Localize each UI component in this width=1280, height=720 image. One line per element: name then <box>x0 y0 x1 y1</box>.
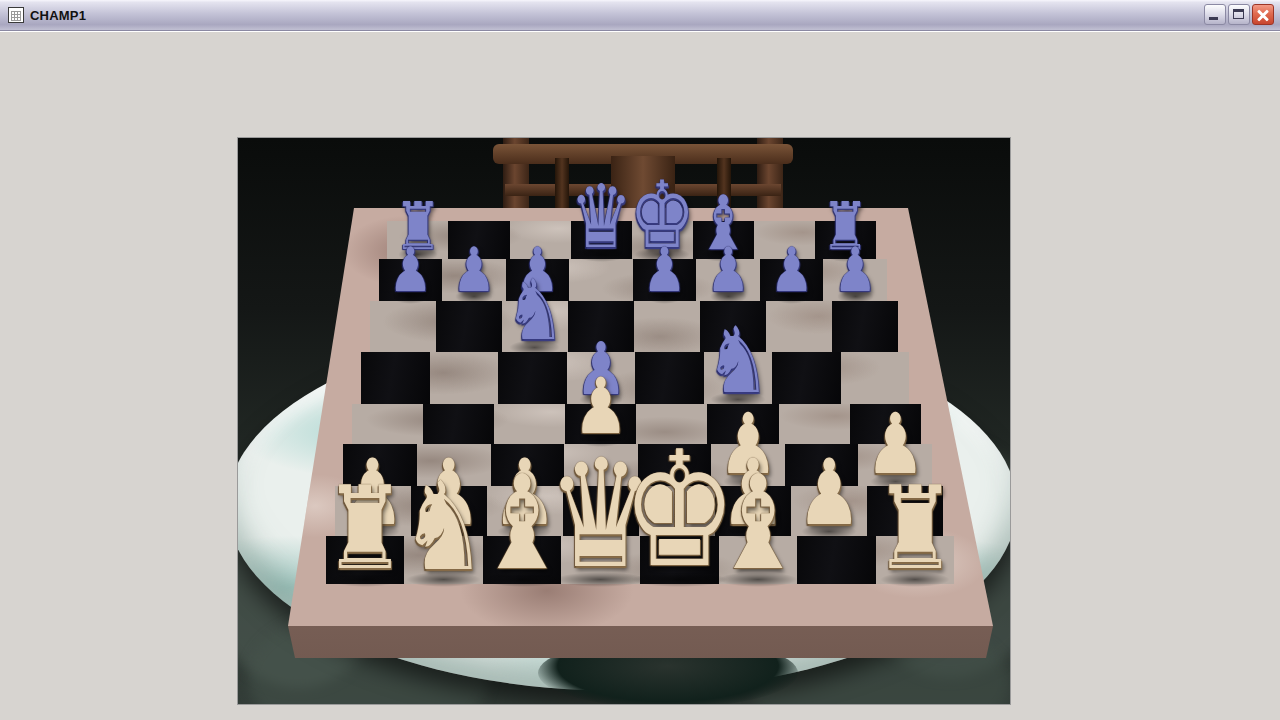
minimize-button[interactable] <box>1204 4 1226 25</box>
square-a6[interactable] <box>370 301 436 352</box>
piece-black-pawn-e7[interactable]: ♟ <box>638 240 692 301</box>
square-e5[interactable] <box>635 352 704 404</box>
application-window: CHAMP1 <box>0 0 1280 720</box>
piece-black-knight-c6[interactable]: ♞ <box>498 270 572 354</box>
maximize-icon <box>1233 9 1244 19</box>
square-c5[interactable] <box>498 352 567 404</box>
square-b4[interactable] <box>423 404 494 444</box>
square-b5[interactable] <box>430 352 499 404</box>
board-rank-6 <box>370 301 898 352</box>
square-e6[interactable] <box>634 301 700 352</box>
maximize-button[interactable] <box>1228 4 1250 25</box>
square-g4[interactable] <box>779 404 850 444</box>
piece-black-pawn-g7[interactable]: ♟ <box>765 240 819 301</box>
document-icon <box>8 7 24 23</box>
window-title: CHAMP1 <box>30 8 86 23</box>
piece-black-pawn-h7[interactable]: ♟ <box>828 240 882 301</box>
square-a5[interactable] <box>361 352 430 404</box>
render-viewport: ♜♛♚♝♜♟♟♟♟♟♟♟♞♟♞♟♟♟♟♟♟♟♟♜♞♝♛♚♝♜ <box>238 138 1010 704</box>
minimize-icon <box>1209 17 1218 20</box>
close-button[interactable] <box>1252 4 1274 25</box>
piece-white-bishop-f1[interactable]: ♝ <box>701 458 815 588</box>
square-b6[interactable] <box>436 301 502 352</box>
client-area: ♜♛♚♝♜♟♟♟♟♟♟♟♞♟♞♟♟♟♟♟♟♟♟♜♞♝♛♚♝♜ <box>0 31 1280 720</box>
piece-black-pawn-f7[interactable]: ♟ <box>701 240 755 301</box>
piece-black-pawn-b7[interactable]: ♟ <box>447 240 501 301</box>
square-h6[interactable] <box>832 301 898 352</box>
board-rank-5 <box>361 352 909 404</box>
piece-black-knight-f5[interactable]: ♞ <box>698 315 778 406</box>
piece-white-rook-h1[interactable]: ♜ <box>865 472 966 587</box>
square-a4[interactable] <box>352 404 423 444</box>
title-bar[interactable]: CHAMP1 <box>0 0 1280 31</box>
square-g5[interactable] <box>772 352 841 404</box>
window-controls <box>1204 4 1274 25</box>
piece-black-pawn-a7[interactable]: ♟ <box>383 240 437 301</box>
